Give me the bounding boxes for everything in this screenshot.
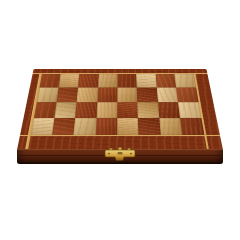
square xyxy=(159,118,182,135)
square xyxy=(97,88,117,103)
square xyxy=(75,102,97,118)
square xyxy=(180,118,204,135)
square xyxy=(138,118,160,135)
square xyxy=(137,88,158,103)
square xyxy=(52,118,75,135)
board-lid-top xyxy=(17,69,223,150)
square xyxy=(136,74,156,88)
square xyxy=(117,118,139,135)
square xyxy=(54,102,76,118)
square xyxy=(78,74,98,88)
inlay-line-front xyxy=(20,135,220,137)
latch-slot xyxy=(118,152,123,154)
square xyxy=(96,102,117,118)
checkerboard xyxy=(30,74,204,135)
square xyxy=(30,118,54,135)
square xyxy=(157,88,178,103)
square xyxy=(74,118,97,135)
square xyxy=(117,102,138,118)
square xyxy=(59,74,80,88)
square xyxy=(117,88,137,103)
square xyxy=(138,102,160,118)
latch-rivet xyxy=(108,153,110,155)
square xyxy=(176,88,198,103)
square xyxy=(117,74,137,88)
square xyxy=(174,74,195,88)
square xyxy=(36,88,58,103)
square xyxy=(57,88,79,103)
square xyxy=(95,118,117,135)
chess-box xyxy=(0,0,240,240)
board-frame xyxy=(17,69,223,150)
square xyxy=(155,74,176,88)
square xyxy=(98,74,118,88)
square xyxy=(33,102,56,118)
square xyxy=(178,102,201,118)
square xyxy=(158,102,180,118)
latch-rivet xyxy=(130,153,132,155)
inlay-line-far xyxy=(33,73,208,74)
square xyxy=(77,88,98,103)
brass-latch-icon xyxy=(103,146,137,164)
latch-plate xyxy=(105,150,135,161)
product-photo xyxy=(0,0,240,240)
square xyxy=(39,74,61,88)
